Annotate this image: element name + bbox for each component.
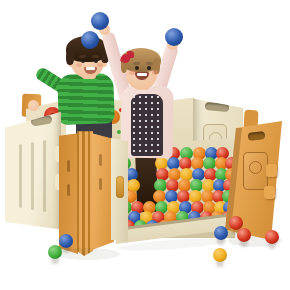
play-ball-blue <box>165 28 183 46</box>
product-photo-stage <box>0 0 290 290</box>
play-ball-blue <box>91 12 109 30</box>
raised-blue-balls <box>0 0 290 290</box>
play-ball-blue <box>81 31 99 49</box>
